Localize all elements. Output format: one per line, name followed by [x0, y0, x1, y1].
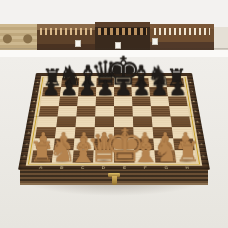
square-e5[interactable] — [114, 106, 133, 116]
square-g7[interactable]: ♟ — [149, 87, 168, 96]
black-pawn-piece[interactable]: ♟ — [59, 78, 78, 99]
fold-seam — [28, 116, 200, 117]
square-f5[interactable] — [132, 106, 151, 116]
black-pawn-piece[interactable]: ♟ — [168, 78, 187, 99]
rank-label-1: 1 — [22, 155, 27, 158]
square-b5[interactable] — [58, 106, 78, 116]
square-a4[interactable] — [37, 116, 58, 127]
square-g4[interactable] — [152, 116, 172, 127]
clasp-tongue — [112, 176, 117, 185]
rank-label-3: 3 — [197, 131, 202, 134]
black-pawn-piece[interactable]: ♟ — [150, 78, 169, 99]
square-a7[interactable]: ♟ — [42, 87, 61, 96]
square-c5[interactable] — [76, 106, 95, 116]
square-b4[interactable] — [56, 116, 76, 127]
square-b7[interactable]: ♟ — [60, 87, 79, 96]
playing-area: ♜♞♝♛♚♝♞♜♟♟♟♟♟♟♟♟♟♟♟♟♟♟♟♟♜♞♝♛♚♝♞♜ — [28, 77, 200, 165]
black-pawn-piece[interactable]: ♟ — [96, 78, 115, 99]
square-e1[interactable]: ♚ — [114, 150, 135, 162]
brass-clasp[interactable] — [108, 173, 120, 185]
square-f7[interactable]: ♟ — [132, 87, 150, 96]
photo-of-chess-set: ♜♞♝♛♚♝♞♜♟♟♟♟♟♟♟♟♟♟♟♟♟♟♟♟♜♞♝♛♚♝♞♜ ABCDEFG… — [0, 0, 228, 228]
box-front-face — [20, 170, 208, 185]
rank-label-4: 4 — [28, 121, 33, 124]
rank-label-8: 8 — [35, 81, 40, 83]
square-h7[interactable]: ♟ — [167, 87, 186, 96]
file-label-a: A — [30, 166, 51, 169]
square-e7[interactable]: ♟ — [114, 87, 132, 96]
rank-label-3: 3 — [26, 131, 31, 134]
rank-label-5: 5 — [30, 110, 35, 112]
black-pawn-piece[interactable]: ♟ — [41, 78, 60, 99]
chess-board-grid: ♜♞♝♛♚♝♞♜♟♟♟♟♟♟♟♟♟♟♟♟♟♟♟♟♜♞♝♛♚♝♞♜ — [31, 78, 197, 163]
square-g5[interactable] — [151, 106, 171, 116]
black-pawn-piece[interactable]: ♟ — [132, 78, 151, 99]
rank-label-6: 6 — [32, 100, 37, 102]
white-king-piece[interactable]: ♚ — [104, 122, 145, 168]
file-label-h: H — [177, 166, 198, 169]
white-rook-piece[interactable]: ♜ — [174, 138, 199, 166]
rank-label-5: 5 — [193, 110, 198, 112]
square-d7[interactable]: ♟ — [96, 87, 114, 96]
chess-box-top: ♜♞♝♛♚♝♞♜♟♟♟♟♟♟♟♟♟♟♟♟♟♟♟♟♜♞♝♛♚♝♞♜ ABCDEFG… — [18, 73, 210, 170]
square-h5[interactable] — [169, 106, 189, 116]
chess-scene: ♜♞♝♛♚♝♞♜♟♟♟♟♟♟♟♟♟♟♟♟♟♟♟♟♜♞♝♛♚♝♞♜ ABCDEFG… — [0, 0, 228, 228]
square-c7[interactable]: ♟ — [78, 87, 96, 96]
rank-label-7: 7 — [34, 91, 39, 93]
square-h1[interactable]: ♜ — [175, 150, 197, 162]
square-h4[interactable] — [170, 116, 191, 127]
square-a5[interactable] — [39, 106, 59, 116]
rank-label-6: 6 — [191, 100, 196, 102]
square-d5[interactable] — [95, 106, 114, 116]
rank-label-4: 4 — [195, 121, 200, 124]
rank-label-1: 1 — [201, 155, 206, 158]
black-pawn-piece[interactable]: ♟ — [78, 78, 97, 99]
rank-label-7: 7 — [190, 91, 195, 93]
black-pawn-piece[interactable]: ♟ — [114, 78, 133, 99]
rank-label-8: 8 — [188, 81, 193, 83]
